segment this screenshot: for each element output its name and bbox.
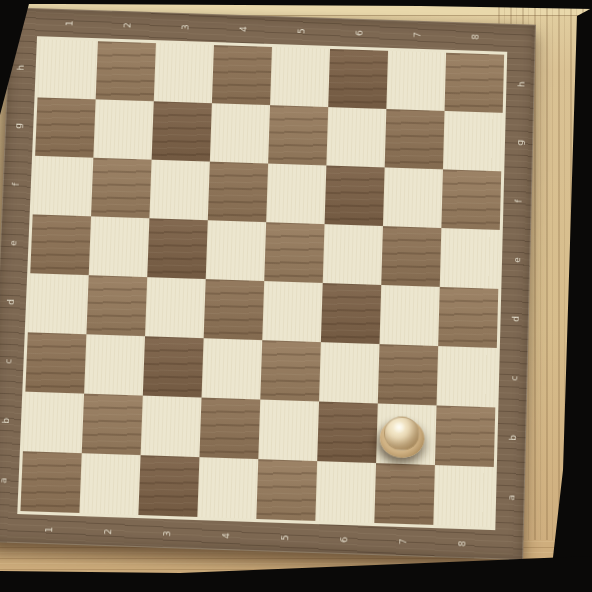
square-g6[interactable] xyxy=(326,107,386,167)
square-b5[interactable] xyxy=(258,400,319,462)
coord-label-7: 7 xyxy=(393,511,413,572)
coord-label-f: f xyxy=(489,191,548,211)
coord-label-e: e xyxy=(488,250,547,270)
coord-label-5: 5 xyxy=(275,507,295,568)
coord-label-e: e xyxy=(0,233,43,253)
square-b4[interactable] xyxy=(199,398,260,460)
square-d6[interactable] xyxy=(321,283,381,344)
square-e3[interactable] xyxy=(147,218,208,279)
square-b6[interactable] xyxy=(317,402,378,464)
coord-label-1: 1 xyxy=(39,499,60,560)
square-f2[interactable] xyxy=(91,158,152,219)
coord-label-c: c xyxy=(485,368,544,388)
square-d2[interactable] xyxy=(86,275,147,336)
coord-label-2: 2 xyxy=(98,501,119,562)
square-b3[interactable] xyxy=(141,396,202,458)
coord-label-a: a xyxy=(0,470,33,491)
coord-label-d: d xyxy=(486,309,545,329)
square-g5[interactable] xyxy=(268,105,328,165)
board-squares xyxy=(17,36,507,530)
coord-label-6: 6 xyxy=(350,4,370,63)
square-e6[interactable] xyxy=(323,224,383,285)
coord-label-2: 2 xyxy=(117,0,137,54)
square-e4[interactable] xyxy=(206,220,266,281)
coord-label-h: h xyxy=(492,74,551,94)
square-e2[interactable] xyxy=(89,216,150,277)
square-e7[interactable] xyxy=(381,226,441,287)
square-g7[interactable] xyxy=(385,109,445,169)
square-c7[interactable] xyxy=(378,344,438,405)
square-c6[interactable] xyxy=(319,342,379,403)
coord-label-5: 5 xyxy=(292,2,312,61)
coord-label-c: c xyxy=(0,351,38,371)
square-g2[interactable] xyxy=(93,99,153,159)
square-f5[interactable] xyxy=(266,164,326,225)
square-c4[interactable] xyxy=(202,338,263,399)
square-c2[interactable] xyxy=(84,334,145,395)
square-b7[interactable] xyxy=(376,403,437,465)
square-d7[interactable] xyxy=(380,285,440,346)
square-g3[interactable] xyxy=(152,101,212,161)
square-g4[interactable] xyxy=(210,103,270,163)
coord-label-7: 7 xyxy=(408,6,428,65)
coord-label-4: 4 xyxy=(216,505,236,566)
coord-label-f: f xyxy=(0,174,45,194)
square-d5[interactable] xyxy=(262,281,322,342)
coord-label-3: 3 xyxy=(175,0,195,56)
coord-label-a: a xyxy=(482,487,541,508)
coord-label-g: g xyxy=(0,116,48,136)
coord-label-1: 1 xyxy=(59,0,79,53)
square-f4[interactable] xyxy=(208,162,268,223)
coord-label-8: 8 xyxy=(466,7,486,66)
square-d3[interactable] xyxy=(145,277,206,338)
photo-scene: 12345678 12345678 hgfedcba hgfedcba xyxy=(0,0,592,592)
coord-label-6: 6 xyxy=(334,509,354,570)
coord-label-d: d xyxy=(0,292,41,312)
square-e5[interactable] xyxy=(264,222,324,283)
square-f6[interactable] xyxy=(325,165,385,226)
square-f3[interactable] xyxy=(149,160,209,221)
coord-label-b: b xyxy=(483,428,542,448)
coord-label-g: g xyxy=(491,133,550,153)
square-b2[interactable] xyxy=(82,394,143,456)
coord-label-b: b xyxy=(0,411,36,431)
square-c5[interactable] xyxy=(260,340,321,401)
white-pawn[interactable] xyxy=(379,416,425,459)
coord-label-4: 4 xyxy=(234,0,254,58)
coord-label-3: 3 xyxy=(157,503,177,564)
square-d4[interactable] xyxy=(204,279,265,340)
chess-board: 12345678 12345678 hgfedcba hgfedcba xyxy=(0,7,536,560)
square-f7[interactable] xyxy=(383,167,443,228)
square-c3[interactable] xyxy=(143,336,204,397)
